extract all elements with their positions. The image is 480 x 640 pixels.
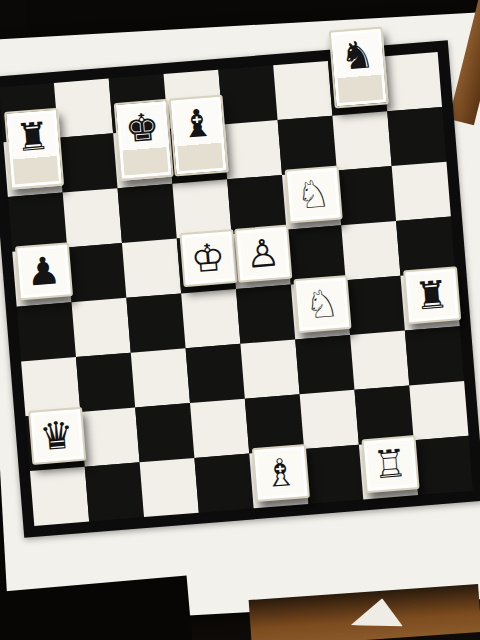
black-bishop-glyph: ♝ — [178, 99, 216, 148]
black-queen-glyph: ♛ — [38, 411, 76, 460]
square-e3[interactable] — [240, 339, 299, 398]
square-c1[interactable] — [140, 458, 199, 517]
white-rook-glyph: ♖ — [371, 439, 409, 488]
square-f1[interactable] — [304, 445, 363, 504]
square-d3[interactable] — [186, 344, 245, 403]
square-d5[interactable]: ♔ — [177, 234, 236, 293]
square-g4[interactable] — [346, 276, 405, 335]
square-b4[interactable] — [72, 298, 131, 357]
square-h1[interactable] — [414, 436, 473, 495]
square-a5[interactable]: ♟ — [12, 247, 71, 306]
square-c6[interactable] — [118, 184, 177, 243]
square-b6[interactable] — [63, 188, 122, 247]
square-c3[interactable] — [131, 348, 190, 407]
white-pawn-glyph: ♙ — [244, 229, 282, 278]
black-rook-glyph: ♜ — [413, 271, 451, 320]
white-king-glyph: ♔ — [189, 233, 227, 282]
piece-white-rook-g1[interactable]: ♖ — [361, 435, 419, 493]
square-b3[interactable] — [76, 353, 135, 412]
square-f4[interactable]: ♘ — [291, 280, 350, 339]
square-f2[interactable] — [300, 390, 359, 449]
piece-black-bishop-d7[interactable]: ♝ — [168, 94, 228, 176]
square-f3[interactable] — [295, 335, 354, 394]
piece-white-king-d5[interactable]: ♔ — [179, 229, 237, 287]
square-d7[interactable]: ♝ — [168, 125, 227, 184]
square-b5[interactable] — [67, 243, 126, 302]
white-bishop-glyph: ♗ — [262, 448, 300, 497]
square-e1[interactable]: ♗ — [249, 449, 308, 508]
piece-black-pawn-a5[interactable]: ♟ — [14, 242, 72, 300]
square-b2[interactable] — [80, 407, 139, 466]
square-c2[interactable] — [135, 403, 194, 462]
square-d1[interactable] — [194, 453, 253, 512]
square-h8[interactable] — [383, 52, 442, 111]
square-h6[interactable] — [392, 162, 451, 221]
square-d4[interactable] — [181, 289, 240, 348]
square-a2[interactable]: ♛ — [26, 412, 85, 471]
piece-black-king-c7[interactable]: ♚ — [113, 98, 173, 180]
square-g6[interactable] — [337, 166, 396, 225]
square-g8[interactable]: ♞ — [328, 56, 387, 115]
square-c5[interactable] — [122, 239, 181, 298]
square-c7[interactable]: ♚ — [113, 129, 172, 188]
square-c4[interactable] — [126, 293, 185, 352]
piece-white-knight-f4[interactable]: ♘ — [293, 275, 351, 333]
square-g5[interactable] — [341, 221, 400, 280]
square-d2[interactable] — [190, 399, 249, 458]
square-e8[interactable] — [218, 65, 277, 124]
chess-board: ♞♜♚♝♘♟♔♙♘♜♛♗♖ — [0, 40, 480, 538]
photo-scene: ♞♜♚♝♘♟♔♙♘♜♛♗♖ — [0, 0, 480, 640]
square-a1[interactable] — [30, 467, 89, 526]
square-g3[interactable] — [350, 331, 409, 390]
square-e4[interactable] — [236, 285, 295, 344]
square-b8[interactable] — [54, 79, 113, 138]
piece-black-knight-g8[interactable]: ♞ — [328, 26, 388, 108]
board-grid: ♞♜♚♝♘♟♔♙♘♜♛♗♖ — [0, 52, 473, 526]
square-h3[interactable] — [405, 326, 464, 385]
square-e7[interactable] — [223, 120, 282, 179]
black-knight-glyph: ♞ — [338, 31, 376, 80]
board-frame: ♞♜♚♝♘♟♔♙♘♜♛♗♖ — [0, 40, 480, 538]
square-h2[interactable] — [409, 381, 468, 440]
piece-white-pawn-e5[interactable]: ♙ — [234, 224, 292, 282]
square-g1[interactable]: ♖ — [359, 440, 418, 499]
square-a4[interactable] — [17, 302, 76, 361]
white-knight-glyph: ♘ — [294, 170, 332, 219]
square-f6[interactable]: ♘ — [282, 171, 341, 230]
white-knight-glyph: ♘ — [303, 279, 341, 328]
black-rook-glyph: ♜ — [14, 112, 52, 161]
square-g7[interactable] — [332, 111, 391, 170]
square-b1[interactable] — [85, 462, 144, 521]
black-pawn-glyph: ♟ — [25, 247, 63, 296]
piece-black-queen-a2[interactable]: ♛ — [28, 406, 86, 464]
square-b7[interactable] — [58, 133, 117, 192]
black-king-glyph: ♚ — [123, 103, 161, 152]
square-h4[interactable]: ♜ — [400, 271, 459, 330]
square-h7[interactable] — [387, 107, 446, 166]
square-e5[interactable]: ♙ — [232, 230, 291, 289]
square-a7[interactable]: ♜ — [3, 138, 62, 197]
piece-white-knight-f6[interactable]: ♘ — [284, 165, 342, 223]
piece-black-rook-h4[interactable]: ♜ — [403, 266, 461, 324]
piece-white-bishop-e1[interactable]: ♗ — [251, 443, 309, 501]
piece-black-rook-a7[interactable]: ♜ — [4, 107, 64, 189]
square-f8[interactable] — [273, 61, 332, 120]
